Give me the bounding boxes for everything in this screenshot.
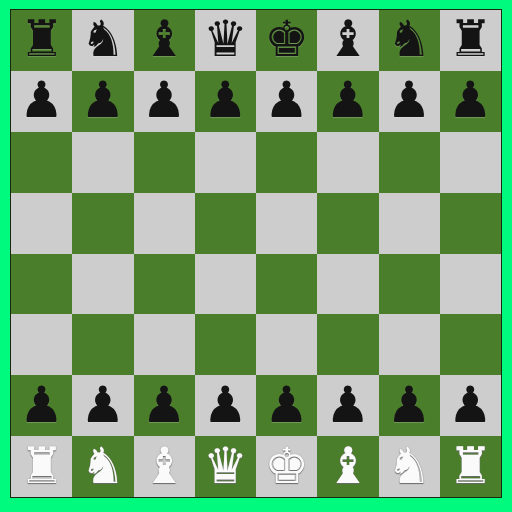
square-c8[interactable]: ♝ bbox=[134, 10, 195, 71]
square-a6[interactable] bbox=[11, 132, 72, 193]
square-e7[interactable]: ♟ bbox=[256, 71, 317, 132]
square-d4[interactable] bbox=[195, 254, 256, 315]
black-pawn[interactable]: ♟ bbox=[325, 75, 370, 125]
square-g7[interactable]: ♟ bbox=[379, 71, 440, 132]
square-e5[interactable] bbox=[256, 193, 317, 254]
square-f5[interactable] bbox=[317, 193, 378, 254]
black-pawn[interactable]: ♟ bbox=[203, 75, 248, 125]
square-h8[interactable]: ♜ bbox=[440, 10, 501, 71]
black-queen[interactable]: ♛ bbox=[203, 14, 248, 64]
chess-board: ♜♞♝♛♚♝♞♜♟♟♟♟♟♟♟♟♟♟♟♟♟♟♟♟♜♞♝♛♚♝♞♜ bbox=[10, 9, 502, 498]
square-h7[interactable]: ♟ bbox=[440, 71, 501, 132]
square-h1[interactable]: ♜ bbox=[440, 436, 501, 497]
white-bishop[interactable]: ♝ bbox=[142, 441, 187, 491]
black-pawn[interactable]: ♟ bbox=[325, 380, 370, 430]
black-pawn[interactable]: ♟ bbox=[448, 75, 493, 125]
black-bishop[interactable]: ♝ bbox=[142, 14, 187, 64]
square-c4[interactable] bbox=[134, 254, 195, 315]
square-f7[interactable]: ♟ bbox=[317, 71, 378, 132]
square-d1[interactable]: ♛ bbox=[195, 436, 256, 497]
square-b1[interactable]: ♞ bbox=[72, 436, 133, 497]
square-f2[interactable]: ♟ bbox=[317, 375, 378, 436]
black-rook[interactable]: ♜ bbox=[448, 14, 493, 64]
square-e8[interactable]: ♚ bbox=[256, 10, 317, 71]
square-c5[interactable] bbox=[134, 193, 195, 254]
black-pawn[interactable]: ♟ bbox=[80, 75, 125, 125]
square-b3[interactable] bbox=[72, 314, 133, 375]
square-e2[interactable]: ♟ bbox=[256, 375, 317, 436]
black-pawn[interactable]: ♟ bbox=[19, 75, 64, 125]
square-g6[interactable] bbox=[379, 132, 440, 193]
square-a7[interactable]: ♟ bbox=[11, 71, 72, 132]
square-h2[interactable]: ♟ bbox=[440, 375, 501, 436]
white-bishop[interactable]: ♝ bbox=[325, 441, 370, 491]
white-knight[interactable]: ♞ bbox=[80, 441, 125, 491]
square-g1[interactable]: ♞ bbox=[379, 436, 440, 497]
square-d6[interactable] bbox=[195, 132, 256, 193]
square-c7[interactable]: ♟ bbox=[134, 71, 195, 132]
square-e3[interactable] bbox=[256, 314, 317, 375]
black-pawn[interactable]: ♟ bbox=[264, 380, 309, 430]
square-a2[interactable]: ♟ bbox=[11, 375, 72, 436]
black-pawn[interactable]: ♟ bbox=[80, 380, 125, 430]
square-d7[interactable]: ♟ bbox=[195, 71, 256, 132]
square-g5[interactable] bbox=[379, 193, 440, 254]
square-g4[interactable] bbox=[379, 254, 440, 315]
square-b7[interactable]: ♟ bbox=[72, 71, 133, 132]
square-g8[interactable]: ♞ bbox=[379, 10, 440, 71]
black-pawn[interactable]: ♟ bbox=[19, 380, 64, 430]
white-queen[interactable]: ♛ bbox=[203, 441, 248, 491]
square-a8[interactable]: ♜ bbox=[11, 10, 72, 71]
square-b8[interactable]: ♞ bbox=[72, 10, 133, 71]
black-pawn[interactable]: ♟ bbox=[203, 380, 248, 430]
black-pawn[interactable]: ♟ bbox=[387, 75, 432, 125]
square-b6[interactable] bbox=[72, 132, 133, 193]
square-a5[interactable] bbox=[11, 193, 72, 254]
black-pawn[interactable]: ♟ bbox=[448, 380, 493, 430]
square-a4[interactable] bbox=[11, 254, 72, 315]
white-knight[interactable]: ♞ bbox=[387, 441, 432, 491]
square-b5[interactable] bbox=[72, 193, 133, 254]
square-c6[interactable] bbox=[134, 132, 195, 193]
square-c1[interactable]: ♝ bbox=[134, 436, 195, 497]
square-f8[interactable]: ♝ bbox=[317, 10, 378, 71]
white-king[interactable]: ♚ bbox=[264, 441, 309, 491]
square-h5[interactable] bbox=[440, 193, 501, 254]
black-bishop[interactable]: ♝ bbox=[325, 14, 370, 64]
black-pawn[interactable]: ♟ bbox=[387, 380, 432, 430]
square-g3[interactable] bbox=[379, 314, 440, 375]
square-a1[interactable]: ♜ bbox=[11, 436, 72, 497]
square-g2[interactable]: ♟ bbox=[379, 375, 440, 436]
black-pawn[interactable]: ♟ bbox=[142, 75, 187, 125]
square-b2[interactable]: ♟ bbox=[72, 375, 133, 436]
black-knight[interactable]: ♞ bbox=[80, 14, 125, 64]
square-c2[interactable]: ♟ bbox=[134, 375, 195, 436]
square-h4[interactable] bbox=[440, 254, 501, 315]
square-a3[interactable] bbox=[11, 314, 72, 375]
square-f3[interactable] bbox=[317, 314, 378, 375]
square-h3[interactable] bbox=[440, 314, 501, 375]
square-c3[interactable] bbox=[134, 314, 195, 375]
square-e1[interactable]: ♚ bbox=[256, 436, 317, 497]
square-d8[interactable]: ♛ bbox=[195, 10, 256, 71]
white-rook[interactable]: ♜ bbox=[448, 441, 493, 491]
square-f6[interactable] bbox=[317, 132, 378, 193]
square-h6[interactable] bbox=[440, 132, 501, 193]
square-d5[interactable] bbox=[195, 193, 256, 254]
black-rook[interactable]: ♜ bbox=[19, 14, 64, 64]
square-b4[interactable] bbox=[72, 254, 133, 315]
black-knight[interactable]: ♞ bbox=[387, 14, 432, 64]
square-d2[interactable]: ♟ bbox=[195, 375, 256, 436]
black-pawn[interactable]: ♟ bbox=[264, 75, 309, 125]
black-pawn[interactable]: ♟ bbox=[142, 380, 187, 430]
square-d3[interactable] bbox=[195, 314, 256, 375]
square-e4[interactable] bbox=[256, 254, 317, 315]
square-f1[interactable]: ♝ bbox=[317, 436, 378, 497]
square-e6[interactable] bbox=[256, 132, 317, 193]
board-frame: ♜♞♝♛♚♝♞♜♟♟♟♟♟♟♟♟♟♟♟♟♟♟♟♟♜♞♝♛♚♝♞♜ bbox=[0, 0, 512, 512]
white-rook[interactable]: ♜ bbox=[19, 441, 64, 491]
black-king[interactable]: ♚ bbox=[264, 14, 309, 64]
square-f4[interactable] bbox=[317, 254, 378, 315]
